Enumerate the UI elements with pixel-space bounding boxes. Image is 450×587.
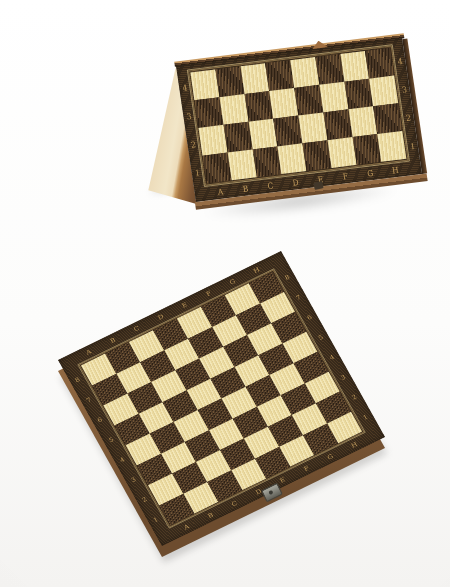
rank-label: 3 bbox=[186, 112, 192, 121]
file-label: G bbox=[367, 169, 374, 178]
rank-label: 8 bbox=[284, 274, 291, 281]
file-label: D bbox=[157, 313, 165, 321]
rank-label: 4 bbox=[182, 83, 188, 92]
open-board-frame: AA88BB77CC66DD55EE44FF33GG22HH11 bbox=[58, 251, 385, 546]
rank-label: 1 bbox=[410, 142, 416, 151]
rank-label: 7 bbox=[295, 294, 302, 301]
rank-label: 6 bbox=[96, 416, 103, 423]
rank-label: 4 bbox=[119, 456, 126, 463]
rank-label: 2 bbox=[406, 114, 412, 123]
rank-label: 5 bbox=[317, 334, 324, 341]
open-board: AA88BB77CC66DD55EE44FF33GG22HH11 bbox=[58, 251, 385, 546]
rank-label: 7 bbox=[85, 396, 92, 403]
rank-label: 8 bbox=[74, 376, 81, 383]
square-h1 bbox=[377, 131, 406, 162]
rank-label: 1 bbox=[362, 414, 369, 421]
rank-label: 1 bbox=[152, 516, 159, 523]
file-label: A bbox=[85, 348, 92, 355]
rank-label: 4 bbox=[329, 354, 336, 361]
pinstripe-border bbox=[77, 269, 365, 529]
rank-label: 2 bbox=[190, 140, 196, 149]
file-label: B bbox=[207, 512, 214, 519]
rank-label: 2 bbox=[351, 394, 358, 401]
file-label: G bbox=[326, 453, 334, 461]
rank-label: 2 bbox=[141, 496, 148, 503]
file-label: G bbox=[229, 278, 237, 286]
file-label: H bbox=[392, 166, 400, 175]
rank-label: 4 bbox=[397, 57, 403, 66]
file-label: C bbox=[267, 181, 274, 190]
folded-board-frame: ABCDEFGH44332211 bbox=[176, 38, 422, 202]
pinstripe-border bbox=[187, 44, 410, 187]
rank-label: 6 bbox=[306, 314, 313, 321]
file-label: A bbox=[217, 187, 224, 196]
rank-label: 1 bbox=[195, 169, 201, 178]
rank-label: 3 bbox=[401, 85, 407, 94]
file-label: H bbox=[252, 266, 260, 274]
file-label: B bbox=[242, 184, 249, 193]
product-photo-scene: ABCDEFGH44332211 AA88BB77CC66DD55EE44FF3… bbox=[0, 0, 450, 587]
rank-label: 5 bbox=[108, 436, 115, 443]
file-label: F bbox=[205, 290, 212, 297]
file-label: D bbox=[292, 178, 299, 187]
square-h3 bbox=[369, 76, 398, 107]
file-label: F bbox=[303, 465, 310, 472]
file-label: F bbox=[342, 172, 348, 181]
file-label: A bbox=[183, 523, 190, 530]
file-label: C bbox=[133, 325, 141, 332]
rank-label: 3 bbox=[340, 374, 347, 381]
file-label: H bbox=[350, 441, 358, 449]
square-h4 bbox=[365, 48, 394, 79]
folded-board-half: ABCDEFGH44332211 bbox=[176, 38, 422, 202]
file-label: E bbox=[181, 302, 188, 309]
square-h2 bbox=[373, 103, 402, 134]
file-label: E bbox=[279, 476, 286, 483]
rank-label: 3 bbox=[130, 476, 137, 483]
file-label: B bbox=[109, 337, 116, 344]
file-label: C bbox=[231, 500, 239, 507]
